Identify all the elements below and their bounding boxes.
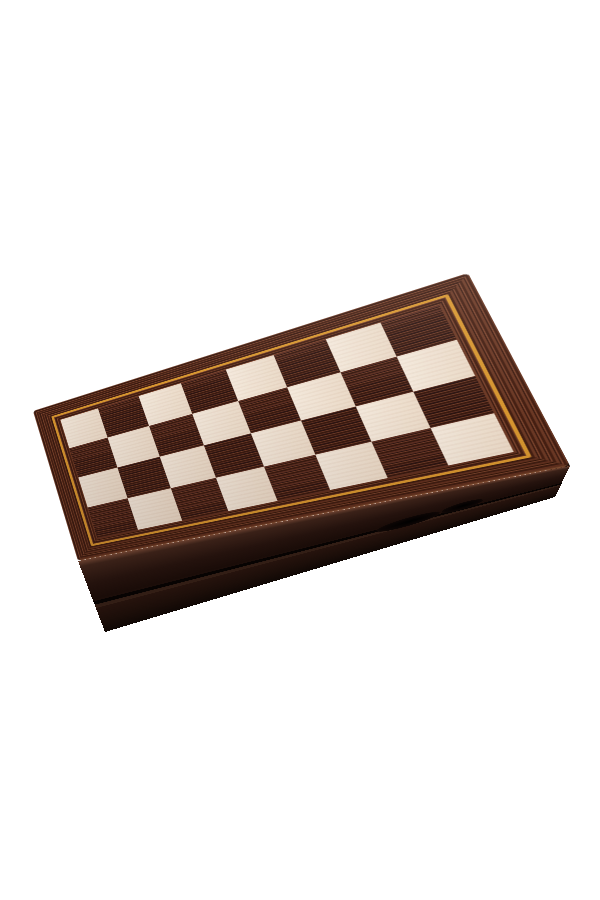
- chess-box-lid: [33, 273, 570, 561]
- product-photo-background: [0, 0, 600, 900]
